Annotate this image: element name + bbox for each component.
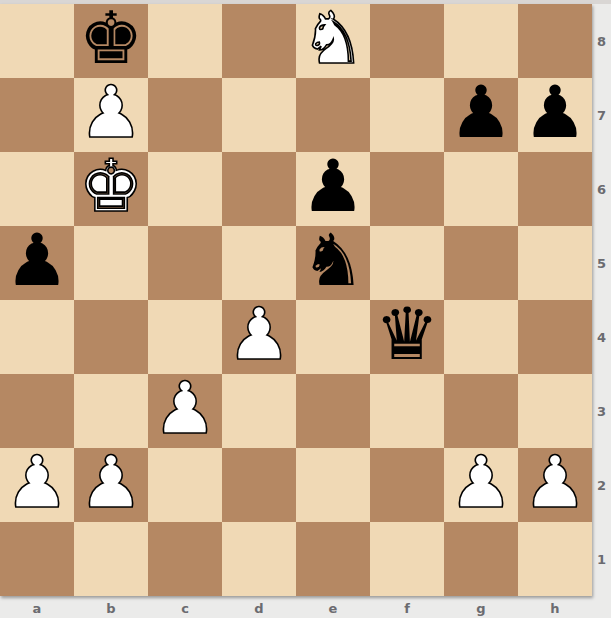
square-a6[interactable]: [0, 152, 74, 226]
square-a4[interactable]: [0, 300, 74, 374]
rank-label-8: 8: [592, 4, 611, 78]
square-c5[interactable]: [148, 226, 222, 300]
square-a1[interactable]: [0, 522, 74, 596]
square-c7[interactable]: [148, 78, 222, 152]
piece-white-knight[interactable]: ♞: [301, 4, 366, 75]
file-label-h: h: [518, 596, 592, 618]
piece-white-pawn[interactable]: ♟: [153, 374, 218, 445]
square-d1[interactable]: [222, 522, 296, 596]
square-g5[interactable]: [444, 226, 518, 300]
square-c8[interactable]: [148, 4, 222, 78]
file-label-a: a: [0, 596, 74, 618]
rank-label-1: 1: [592, 522, 611, 596]
square-e4[interactable]: [296, 300, 370, 374]
square-a8[interactable]: [0, 4, 74, 78]
square-b5[interactable]: [74, 226, 148, 300]
square-g2[interactable]: ♟: [444, 448, 518, 522]
piece-black-pawn[interactable]: ♟: [449, 78, 514, 149]
square-e2[interactable]: [296, 448, 370, 522]
square-f3[interactable]: [370, 374, 444, 448]
square-b6[interactable]: ♚: [74, 152, 148, 226]
square-c2[interactable]: [148, 448, 222, 522]
square-d6[interactable]: [222, 152, 296, 226]
square-c3[interactable]: ♟: [148, 374, 222, 448]
square-a7[interactable]: [0, 78, 74, 152]
square-h5[interactable]: [518, 226, 592, 300]
rank-label-4: 4: [592, 300, 611, 374]
square-c6[interactable]: [148, 152, 222, 226]
piece-black-pawn[interactable]: ♟: [5, 226, 70, 297]
file-label-g: g: [444, 596, 518, 618]
piece-white-king[interactable]: ♚: [79, 152, 144, 223]
square-f1[interactable]: [370, 522, 444, 596]
square-g6[interactable]: [444, 152, 518, 226]
square-a2[interactable]: ♟: [0, 448, 74, 522]
file-coordinates: abcdefgh: [0, 596, 592, 618]
piece-white-pawn[interactable]: ♟: [523, 448, 588, 519]
square-b4[interactable]: [74, 300, 148, 374]
square-d2[interactable]: [222, 448, 296, 522]
rank-coordinates: 87654321: [592, 4, 611, 596]
square-b1[interactable]: [74, 522, 148, 596]
square-d8[interactable]: [222, 4, 296, 78]
square-e7[interactable]: [296, 78, 370, 152]
piece-black-pawn[interactable]: ♟: [301, 152, 366, 223]
square-h6[interactable]: [518, 152, 592, 226]
piece-white-pawn[interactable]: ♟: [5, 448, 70, 519]
square-d5[interactable]: [222, 226, 296, 300]
file-label-f: f: [370, 596, 444, 618]
square-f4[interactable]: ♛: [370, 300, 444, 374]
square-g4[interactable]: [444, 300, 518, 374]
chess-board: ♚♞♟♟♟♚♟♟♞♟♛♟♟♟♟♟: [0, 4, 592, 596]
square-f8[interactable]: [370, 4, 444, 78]
rank-label-5: 5: [592, 226, 611, 300]
square-a5[interactable]: ♟: [0, 226, 74, 300]
square-d7[interactable]: [222, 78, 296, 152]
square-h3[interactable]: [518, 374, 592, 448]
square-g8[interactable]: [444, 4, 518, 78]
square-e6[interactable]: ♟: [296, 152, 370, 226]
rank-label-7: 7: [592, 78, 611, 152]
square-g3[interactable]: [444, 374, 518, 448]
rank-label-3: 3: [592, 374, 611, 448]
file-label-c: c: [148, 596, 222, 618]
file-label-d: d: [222, 596, 296, 618]
square-c1[interactable]: [148, 522, 222, 596]
square-c4[interactable]: [148, 300, 222, 374]
square-e1[interactable]: [296, 522, 370, 596]
rank-label-2: 2: [592, 448, 611, 522]
rank-label-6: 6: [592, 152, 611, 226]
board-layout: ♚♞♟♟♟♚♟♟♞♟♛♟♟♟♟♟ 87654321 abcdefgh: [0, 4, 611, 618]
square-d4[interactable]: ♟: [222, 300, 296, 374]
square-a3[interactable]: [0, 374, 74, 448]
square-b2[interactable]: ♟: [74, 448, 148, 522]
piece-black-king[interactable]: ♚: [79, 4, 144, 75]
square-f5[interactable]: [370, 226, 444, 300]
square-f6[interactable]: [370, 152, 444, 226]
square-h2[interactable]: ♟: [518, 448, 592, 522]
piece-white-pawn[interactable]: ♟: [449, 448, 514, 519]
file-label-b: b: [74, 596, 148, 618]
square-g1[interactable]: [444, 522, 518, 596]
square-d3[interactable]: [222, 374, 296, 448]
square-e8[interactable]: ♞: [296, 4, 370, 78]
piece-black-pawn[interactable]: ♟: [523, 78, 588, 149]
square-h1[interactable]: [518, 522, 592, 596]
file-label-e: e: [296, 596, 370, 618]
square-h4[interactable]: [518, 300, 592, 374]
square-f2[interactable]: [370, 448, 444, 522]
square-g7[interactable]: ♟: [444, 78, 518, 152]
piece-white-pawn[interactable]: ♟: [79, 448, 144, 519]
piece-white-pawn[interactable]: ♟: [227, 300, 292, 371]
square-e3[interactable]: [296, 374, 370, 448]
square-b7[interactable]: ♟: [74, 78, 148, 152]
square-e5[interactable]: ♞: [296, 226, 370, 300]
piece-white-pawn[interactable]: ♟: [79, 78, 144, 149]
square-b3[interactable]: [74, 374, 148, 448]
square-f7[interactable]: [370, 78, 444, 152]
square-b8[interactable]: ♚: [74, 4, 148, 78]
square-h7[interactable]: ♟: [518, 78, 592, 152]
square-h8[interactable]: [518, 4, 592, 78]
piece-black-knight[interactable]: ♞: [301, 226, 366, 297]
piece-black-queen[interactable]: ♛: [375, 300, 440, 371]
